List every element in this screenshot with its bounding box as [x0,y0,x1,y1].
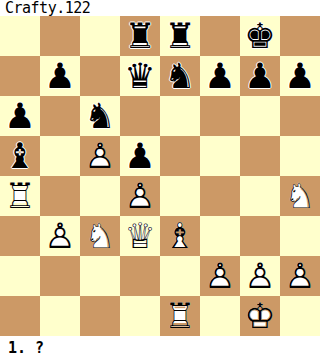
black-pawn-piece[interactable]: ♟ [240,56,280,96]
square-b5[interactable] [40,136,80,176]
square-e2[interactable] [160,256,200,296]
square-g4[interactable] [240,176,280,216]
black-rook-piece[interactable]: ♜ [160,16,200,56]
piece-outline-glyph: ♕ [120,216,160,256]
square-a7[interactable] [0,56,40,96]
black-knight-piece[interactable]: ♞ [80,96,120,136]
square-d7[interactable]: ♛ [120,56,160,96]
square-d3[interactable]: ♛♕ [120,216,160,256]
square-b8[interactable] [40,16,80,56]
white-pawn-piece[interactable]: ♟♙ [200,256,240,296]
square-a1[interactable] [0,296,40,336]
square-f5[interactable] [200,136,240,176]
square-d4[interactable]: ♟♙ [120,176,160,216]
piece-outline-glyph: ♗ [160,216,200,256]
square-h3[interactable] [280,216,320,256]
square-d1[interactable] [120,296,160,336]
piece-outline-glyph: ♙ [200,256,240,296]
square-d2[interactable] [120,256,160,296]
square-f3[interactable] [200,216,240,256]
crafty-window: Crafty.122 ♜♜♚♟♛♞♟♟♟♟♞♝♟♙♟♜♖♟♙♞♘♟♙♞♘♛♕♝♗… [0,0,320,360]
square-c1[interactable] [80,296,120,336]
black-pawn-piece[interactable]: ♟ [0,96,40,136]
black-bishop-piece[interactable]: ♝ [0,136,40,176]
square-g1[interactable]: ♚♔ [240,296,280,336]
white-rook-piece[interactable]: ♜♖ [160,296,200,336]
square-b2[interactable] [40,256,80,296]
square-h4[interactable]: ♞♘ [280,176,320,216]
white-knight-piece[interactable]: ♞♘ [280,176,320,216]
square-b3[interactable]: ♟♙ [40,216,80,256]
square-f6[interactable] [200,96,240,136]
white-rook-piece[interactable]: ♜♖ [0,176,40,216]
square-e1[interactable]: ♜♖ [160,296,200,336]
square-h8[interactable] [280,16,320,56]
square-c3[interactable]: ♞♘ [80,216,120,256]
square-h1[interactable] [280,296,320,336]
piece-outline-glyph: ♘ [280,176,320,216]
move-prompt: 1. ? [0,336,320,360]
white-king-piece[interactable]: ♚♔ [240,296,280,336]
square-g8[interactable]: ♚ [240,16,280,56]
square-c4[interactable] [80,176,120,216]
black-king-piece[interactable]: ♚ [240,16,280,56]
piece-outline-glyph: ♙ [240,256,280,296]
square-e6[interactable] [160,96,200,136]
square-f1[interactable] [200,296,240,336]
square-h7[interactable]: ♟ [280,56,320,96]
black-rook-piece[interactable]: ♜ [120,16,160,56]
square-f4[interactable] [200,176,240,216]
square-b1[interactable] [40,296,80,336]
square-g7[interactable]: ♟ [240,56,280,96]
white-pawn-piece[interactable]: ♟♙ [120,176,160,216]
square-h5[interactable] [280,136,320,176]
piece-outline-glyph: ♔ [240,296,280,336]
square-h2[interactable]: ♟♙ [280,256,320,296]
black-pawn-piece[interactable]: ♟ [40,56,80,96]
square-d8[interactable]: ♜ [120,16,160,56]
black-queen-piece[interactable]: ♛ [120,56,160,96]
square-e7[interactable]: ♞ [160,56,200,96]
square-h6[interactable] [280,96,320,136]
square-c6[interactable]: ♞ [80,96,120,136]
white-pawn-piece[interactable]: ♟♙ [280,256,320,296]
square-a8[interactable] [0,16,40,56]
square-g3[interactable] [240,216,280,256]
piece-outline-glyph: ♙ [280,256,320,296]
black-pawn-piece[interactable]: ♟ [280,56,320,96]
square-f7[interactable]: ♟ [200,56,240,96]
piece-outline-glyph: ♙ [120,176,160,216]
square-a2[interactable] [0,256,40,296]
square-d6[interactable] [120,96,160,136]
square-c8[interactable] [80,16,120,56]
square-a5[interactable]: ♝ [0,136,40,176]
square-f8[interactable] [200,16,240,56]
white-pawn-piece[interactable]: ♟♙ [80,136,120,176]
square-e5[interactable] [160,136,200,176]
white-pawn-piece[interactable]: ♟♙ [240,256,280,296]
square-e4[interactable] [160,176,200,216]
square-b7[interactable]: ♟ [40,56,80,96]
square-g2[interactable]: ♟♙ [240,256,280,296]
square-c5[interactable]: ♟♙ [80,136,120,176]
square-g5[interactable] [240,136,280,176]
square-e3[interactable]: ♝♗ [160,216,200,256]
square-a6[interactable]: ♟ [0,96,40,136]
square-b6[interactable] [40,96,80,136]
white-knight-piece[interactable]: ♞♘ [80,216,120,256]
square-d5[interactable]: ♟ [120,136,160,176]
square-b4[interactable] [40,176,80,216]
square-a4[interactable]: ♜♖ [0,176,40,216]
white-pawn-piece[interactable]: ♟♙ [40,216,80,256]
black-pawn-piece[interactable]: ♟ [200,56,240,96]
square-a3[interactable] [0,216,40,256]
black-pawn-piece[interactable]: ♟ [120,136,160,176]
square-c7[interactable] [80,56,120,96]
square-f2[interactable]: ♟♙ [200,256,240,296]
piece-outline-glyph: ♖ [0,176,40,216]
piece-outline-glyph: ♘ [80,216,120,256]
chess-board: ♜♜♚♟♛♞♟♟♟♟♞♝♟♙♟♜♖♟♙♞♘♟♙♞♘♛♕♝♗♟♙♟♙♟♙♜♖♚♔ [0,16,320,336]
white-bishop-piece[interactable]: ♝♗ [160,216,200,256]
piece-outline-glyph: ♙ [80,136,120,176]
square-g6[interactable] [240,96,280,136]
piece-outline-glyph: ♖ [160,296,200,336]
window-title: Crafty.122 [0,0,320,16]
black-knight-piece[interactable]: ♞ [160,56,200,96]
square-e8[interactable]: ♜ [160,16,200,56]
piece-outline-glyph: ♙ [40,216,80,256]
white-queen-piece[interactable]: ♛♕ [120,216,160,256]
square-c2[interactable] [80,256,120,296]
